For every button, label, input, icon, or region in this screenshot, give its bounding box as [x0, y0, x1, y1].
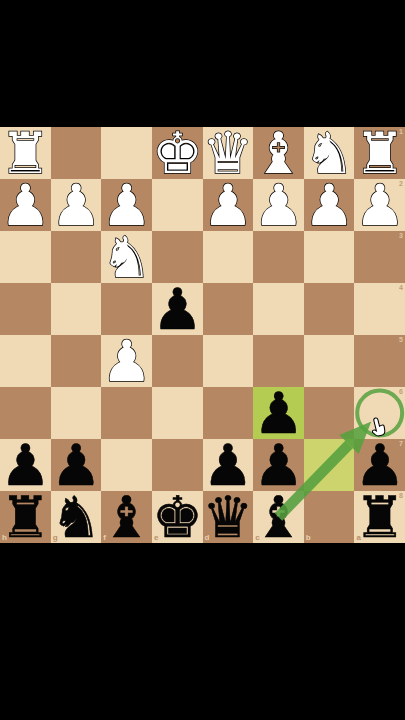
rank-label-5: 5	[399, 336, 403, 343]
file-label-h: h	[2, 533, 7, 542]
square-e6[interactable]	[152, 387, 203, 439]
piece-wK-e1[interactable]: ♚	[152, 127, 203, 179]
piece-bR-h8[interactable]: ♜	[0, 491, 51, 543]
square-b5[interactable]	[304, 335, 355, 387]
square-d5[interactable]	[203, 335, 254, 387]
square-d8[interactable]: ♛d	[203, 491, 254, 543]
square-f3[interactable]: ♞	[101, 231, 152, 283]
square-g4[interactable]	[51, 283, 102, 335]
square-g8[interactable]: ♞g	[51, 491, 102, 543]
piece-bR-a8[interactable]: ♜	[354, 491, 405, 543]
rank-label-8: 8	[399, 492, 403, 499]
piece-wP-a2[interactable]: ♟	[354, 179, 405, 231]
piece-bP-e4[interactable]: ♟	[152, 283, 203, 335]
piece-wP-g2[interactable]: ♟	[51, 179, 102, 231]
chess-board[interactable]: ♜♚♛♝♞♜1♟♟♟♟♟♟♟2♞3♟4♟5♟6♟♟♟♟♟7♜h♞g♝f♚e♛d♝…	[0, 127, 405, 543]
square-b3[interactable]	[304, 231, 355, 283]
square-b6[interactable]	[304, 387, 355, 439]
square-g2[interactable]: ♟	[51, 179, 102, 231]
file-label-d: d	[205, 533, 210, 542]
piece-bK-e8[interactable]: ♚	[152, 491, 203, 543]
file-label-b: b	[306, 533, 311, 542]
file-label-f: f	[103, 533, 106, 542]
square-h2[interactable]: ♟	[0, 179, 51, 231]
rank-label-3: 3	[399, 232, 403, 239]
square-h8[interactable]: ♜h	[0, 491, 51, 543]
piece-wP-b2[interactable]: ♟	[304, 179, 355, 231]
square-a2[interactable]: ♟2	[354, 179, 405, 231]
square-g3[interactable]	[51, 231, 102, 283]
file-label-e: e	[154, 533, 158, 542]
square-g5[interactable]	[51, 335, 102, 387]
square-f5[interactable]: ♟	[101, 335, 152, 387]
square-c4[interactable]	[253, 283, 304, 335]
file-label-a: a	[356, 533, 360, 542]
square-e2[interactable]	[152, 179, 203, 231]
square-e5[interactable]	[152, 335, 203, 387]
piece-wP-c2[interactable]: ♟	[253, 179, 304, 231]
square-b4[interactable]	[304, 283, 355, 335]
rank-label-4: 4	[399, 284, 403, 291]
piece-wP-f5[interactable]: ♟	[101, 335, 152, 387]
video-frame: ♜♚♛♝♞♜1♟♟♟♟♟♟♟2♞3♟4♟5♟6♟♟♟♟♟7♜h♞g♝f♚e♛d♝…	[0, 0, 405, 720]
bottom-letterbox	[0, 543, 405, 720]
piece-bQ-d8[interactable]: ♛	[203, 491, 254, 543]
square-c3[interactable]	[253, 231, 304, 283]
square-a5[interactable]: 5	[354, 335, 405, 387]
rank-label-6: 6	[399, 388, 403, 395]
square-e8[interactable]: ♚e	[152, 491, 203, 543]
square-c8[interactable]: ♝c	[253, 491, 304, 543]
square-b8[interactable]: b	[304, 491, 355, 543]
square-h3[interactable]	[0, 231, 51, 283]
square-h5[interactable]	[0, 335, 51, 387]
square-f8[interactable]: ♝f	[101, 491, 152, 543]
piece-bN-g8[interactable]: ♞	[51, 491, 102, 543]
square-d2[interactable]: ♟	[203, 179, 254, 231]
square-a8[interactable]: ♜a8	[354, 491, 405, 543]
square-b2[interactable]: ♟	[304, 179, 355, 231]
top-letterbox	[0, 0, 405, 127]
square-a4[interactable]: 4	[354, 283, 405, 335]
square-a3[interactable]: 3	[354, 231, 405, 283]
piece-wP-d2[interactable]: ♟	[203, 179, 254, 231]
piece-bB-c8[interactable]: ♝	[253, 491, 304, 543]
square-c2[interactable]: ♟	[253, 179, 304, 231]
rank-label-2: 2	[399, 180, 403, 187]
rank-label-7: 7	[399, 440, 403, 447]
piece-wP-h2[interactable]: ♟	[0, 179, 51, 231]
rank-label-1: 1	[399, 128, 403, 135]
square-e1[interactable]: ♚	[152, 127, 203, 179]
piece-wN-f3[interactable]: ♞	[101, 231, 152, 283]
square-h4[interactable]	[0, 283, 51, 335]
file-label-g: g	[53, 533, 58, 542]
file-label-c: c	[255, 533, 259, 542]
square-f6[interactable]	[101, 387, 152, 439]
piece-bB-f8[interactable]: ♝	[101, 491, 152, 543]
square-e4[interactable]: ♟	[152, 283, 203, 335]
square-b7[interactable]	[304, 439, 355, 491]
square-d3[interactable]	[203, 231, 254, 283]
square-d4[interactable]	[203, 283, 254, 335]
